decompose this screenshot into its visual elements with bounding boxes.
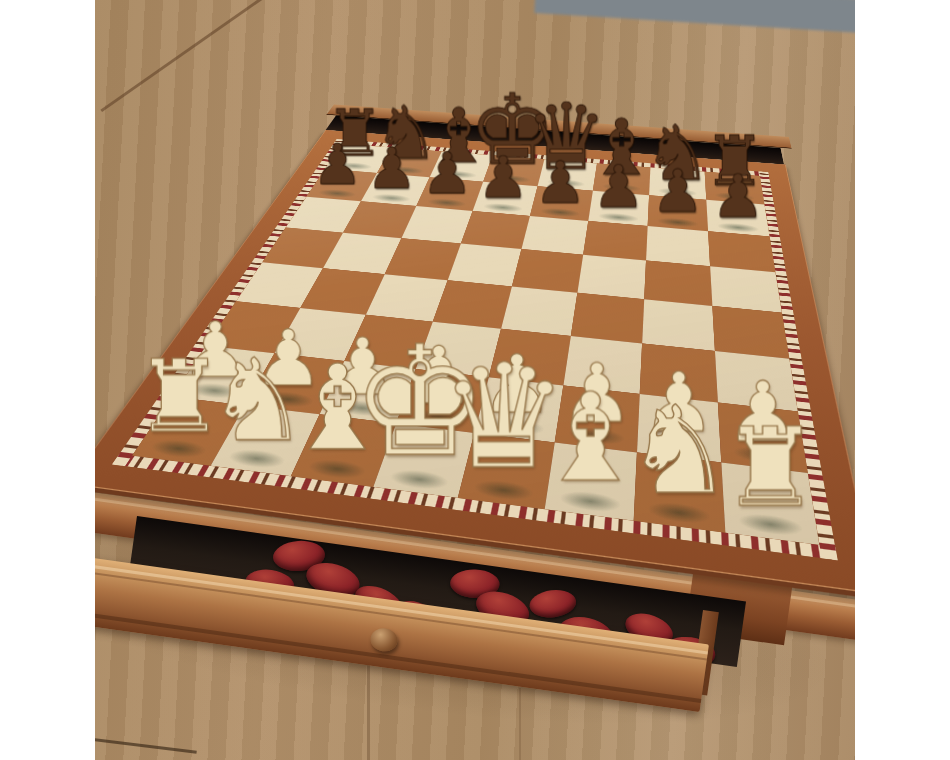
square-d6[interactable] xyxy=(461,211,530,249)
product-photo-canvas: ♜♞♝♚♛♝♞♜♟♟♟♟♟♟♟♟♟♟♟♟♟♟♟♟♜♞♝♚♛♝♞♜ xyxy=(0,0,950,760)
black-pawn-icon: ♟ xyxy=(592,158,644,216)
square-h4[interactable] xyxy=(712,306,789,359)
square-f5[interactable] xyxy=(577,255,646,300)
square-g6[interactable] xyxy=(646,226,710,266)
square-g5[interactable] xyxy=(644,260,712,305)
board-scene: ♜♞♝♚♛♝♞♜♟♟♟♟♟♟♟♟♟♟♟♟♟♟♟♟♜♞♝♚♛♝♞♜ xyxy=(95,0,855,760)
square-e6[interactable] xyxy=(521,216,588,255)
black-pawn-icon: ♟ xyxy=(313,137,363,193)
square-e5[interactable] xyxy=(512,249,583,293)
piece-billboard: ♜ xyxy=(770,413,855,522)
white-rook-icon: ♜ xyxy=(721,413,819,522)
square-d5[interactable] xyxy=(448,244,522,287)
photo: ♜♞♝♚♛♝♞♜♟♟♟♟♟♟♟♟♟♟♟♟♟♟♟♟♜♞♝♚♛♝♞♜ xyxy=(95,0,855,760)
black-pawn-icon: ♟ xyxy=(367,141,418,197)
chess-box-top: ♜♞♝♚♛♝♞♜♟♟♟♟♟♟♟♟♟♟♟♟♟♟♟♟♜♞♝♚♛♝♞♜ xyxy=(95,105,855,591)
square-f6[interactable] xyxy=(583,221,647,261)
white-knight-icon: ♞ xyxy=(625,390,733,511)
chess-board[interactable]: ♜♞♝♚♛♝♞♜♟♟♟♟♟♟♟♟♟♟♟♟♟♟♟♟♜♞♝♚♛♝♞♜ xyxy=(132,144,819,545)
square-g4[interactable] xyxy=(642,299,715,351)
square-f4[interactable] xyxy=(571,293,644,344)
board-frame: ♜♞♝♚♛♝♞♜♟♟♟♟♟♟♟♟♟♟♟♟♟♟♟♟♜♞♝♚♛♝♞♜ xyxy=(95,130,855,595)
black-pawn-icon: ♟ xyxy=(651,163,704,222)
square-h5[interactable] xyxy=(710,266,782,312)
black-pawn-icon: ♟ xyxy=(478,149,529,206)
black-pawn-icon: ♟ xyxy=(534,154,586,212)
black-pawn-icon: ♟ xyxy=(422,145,473,202)
piece-billboard: ♟ xyxy=(738,167,791,226)
black-pawn-icon: ♟ xyxy=(711,167,764,226)
